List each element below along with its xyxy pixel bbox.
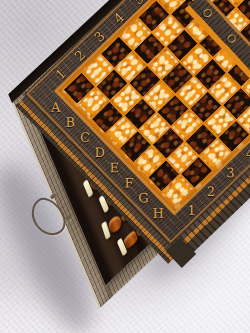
coordinate-label: H — [147, 200, 169, 227]
coordinate-label: O — [224, 31, 240, 46]
photo-stage: 12345678 ABCDEFGH 12345678 O O — [0, 0, 250, 333]
coordinate-label: O — [200, 5, 216, 20]
